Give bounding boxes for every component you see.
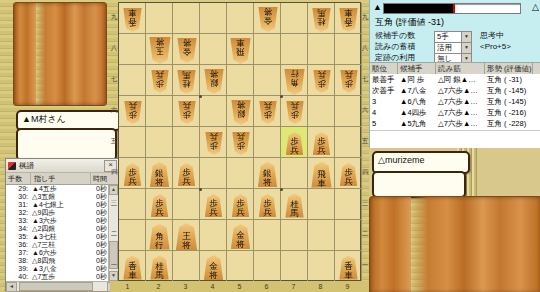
square-3-1[interactable] xyxy=(173,251,200,282)
square-9-5[interactable] xyxy=(335,127,362,158)
square-8-6[interactable] xyxy=(308,96,335,127)
square-3-3[interactable] xyxy=(173,189,200,220)
candidate-row[interactable]: 次善手▲7八金△7六歩▲…互角 ( -145) xyxy=(370,85,540,96)
square-3-9[interactable] xyxy=(173,3,200,34)
rank-label: 九 xyxy=(361,2,369,33)
sente-mark-icon: ▲ xyxy=(373,2,382,13)
rank-label: 三 xyxy=(110,188,118,219)
rank-label: 二 xyxy=(110,219,118,250)
chevron-down-icon[interactable]: ▼ xyxy=(461,43,471,53)
candidate-row[interactable]: 最善手▲同 歩△同 銀▲…互角 ( -31) xyxy=(370,74,540,85)
kifu-col-time: 時間 xyxy=(91,173,109,184)
rank-label: 七 xyxy=(110,64,118,95)
eval-bar-fill xyxy=(384,4,453,13)
square-5-7[interactable] xyxy=(227,65,254,96)
square-1-5[interactable] xyxy=(119,127,146,158)
kifu-window-icon xyxy=(8,162,16,170)
kifu-window-title: 棋譜 xyxy=(19,161,104,171)
kifu-titlebar[interactable]: 棋譜 × xyxy=(6,159,118,173)
square-7-4[interactable] xyxy=(281,158,308,189)
square-1-3[interactable] xyxy=(119,189,146,220)
square-6-5[interactable] xyxy=(254,127,281,158)
kifu-move-row[interactable]: 31:▲4七銀上0秒 xyxy=(6,201,108,209)
square-4-2[interactable] xyxy=(200,220,227,251)
square-7-9[interactable] xyxy=(281,3,308,34)
rank-label: 四 xyxy=(361,157,369,188)
square-4-6[interactable] xyxy=(200,96,227,127)
rank-labels-right: 九八七六五四三二一 xyxy=(361,2,369,281)
square-1-7[interactable] xyxy=(119,65,146,96)
chevron-down-icon[interactable]: ▼ xyxy=(461,32,471,42)
file-label: 9 xyxy=(334,281,361,292)
square-2-5[interactable] xyxy=(146,127,173,158)
eval-bar-tick xyxy=(453,4,455,13)
analysis-footer xyxy=(370,130,540,149)
engine-level: <Pro+5> xyxy=(480,42,511,52)
board[interactable]: 香車金将桂馬香車玉将金将飛車歩兵桂馬銀将角行歩兵歩兵歩兵歩兵銀将歩兵歩兵歩兵歩兵… xyxy=(118,2,361,281)
square-4-9[interactable] xyxy=(200,3,227,34)
rank-label: 六 xyxy=(110,95,118,126)
gote-info-box xyxy=(372,171,466,198)
candidate-table-header: 順位 候補手 読み筋 形勢 (評価値) xyxy=(370,63,540,74)
kifu-move-row[interactable]: 32:△9四歩0秒 xyxy=(6,209,108,217)
square-1-2[interactable] xyxy=(119,220,146,251)
square-9-3[interactable] xyxy=(335,189,362,220)
square-9-2[interactable] xyxy=(335,220,362,251)
square-2-9[interactable] xyxy=(146,3,173,34)
square-9-6[interactable] xyxy=(335,96,362,127)
rank-labels-left: 九八七六五四三二一 xyxy=(110,2,118,281)
rank-label: 一 xyxy=(110,250,118,281)
file-label: 4 xyxy=(199,281,226,292)
rank-label: 八 xyxy=(361,33,369,64)
eval-bar-row: ▲ △ xyxy=(370,2,540,14)
square-6-8[interactable] xyxy=(254,34,281,65)
rank-label: 四 xyxy=(110,157,118,188)
kifu-move-list: 29:▲4五歩0秒30:△3五銀0秒31:▲4七銀上0秒32:△9四歩0秒33:… xyxy=(6,185,108,281)
rank-label: 六 xyxy=(361,95,369,126)
analysis-panel: ▲ △ 互角 (評価値 -31) 候補手の数 5手 ▼ 思考中 読みの蓄積 活用… xyxy=(369,0,540,148)
file-label: 5 xyxy=(226,281,253,292)
sente-komadai xyxy=(13,2,107,106)
square-7-1[interactable] xyxy=(281,251,308,282)
kifu-move-row[interactable]: 35:▲3七桂0秒 xyxy=(6,233,108,241)
star-point xyxy=(199,95,202,98)
hscroll-thumb[interactable] xyxy=(19,282,93,291)
eval-bar xyxy=(383,3,521,14)
file-label: 7 xyxy=(280,281,307,292)
rank-label: 五 xyxy=(110,126,118,157)
file-label: 6 xyxy=(253,281,280,292)
star-point xyxy=(280,95,283,98)
candidate-row[interactable]: 4▲4四歩△7六歩▲…互角 ( -216) xyxy=(370,107,540,118)
rank-label: 八 xyxy=(110,33,118,64)
sente-info-box xyxy=(16,128,117,161)
square-7-8[interactable] xyxy=(281,34,308,65)
square-8-2[interactable] xyxy=(308,220,335,251)
kifu-move-row[interactable]: 40:△7五歩0秒 xyxy=(6,273,108,281)
candidate-row[interactable]: 5▲5九角△7六歩▲…互角 ( -228) xyxy=(370,118,540,129)
square-6-7[interactable] xyxy=(254,65,281,96)
kifu-col-number: 手数 xyxy=(6,173,31,184)
square-5-4[interactable] xyxy=(227,158,254,189)
star-point xyxy=(199,188,202,191)
square-5-1[interactable] xyxy=(227,251,254,282)
kifu-move-row[interactable]: 39:▲3八金0秒 xyxy=(6,265,108,273)
rank-label: 五 xyxy=(361,126,369,157)
kifu-move-row[interactable]: 38:△8四飛0秒 xyxy=(6,257,108,265)
square-5-9[interactable] xyxy=(227,3,254,34)
gote-mark-icon: △ xyxy=(532,2,539,13)
file-label: 8 xyxy=(307,281,334,292)
square-3-5[interactable] xyxy=(173,127,200,158)
file-labels: 123456789 xyxy=(110,281,369,292)
scroll-left-icon[interactable]: ◄ xyxy=(6,282,17,292)
square-1-8[interactable] xyxy=(119,34,146,65)
rank-label: 九 xyxy=(110,2,118,33)
square-6-1[interactable] xyxy=(254,251,281,282)
kifu-move-row[interactable]: 36:△7三桂0秒 xyxy=(6,241,108,249)
kifu-move-row[interactable]: 34:△2四銀0秒 xyxy=(6,225,108,233)
kifu-move-row[interactable]: 37:▲6六歩0秒 xyxy=(6,249,108,257)
kifu-window: 棋譜 × 手数 指し手 時間 29:▲4五歩0秒30:△3五銀0秒31:▲4七銀… xyxy=(5,158,119,291)
engine-status: 思考中 xyxy=(480,31,504,41)
square-4-4[interactable] xyxy=(200,158,227,189)
kifu-move-row[interactable]: 29:▲4五歩0秒 xyxy=(6,185,108,193)
kifu-move-row[interactable]: 33:▲3六歩0秒 xyxy=(6,217,108,225)
gote-name: △murizeme xyxy=(378,155,424,165)
option-accumulate: 読みの蓄積 活用 ▼ <Pro+5> xyxy=(375,42,415,53)
square-6-2[interactable] xyxy=(254,220,281,251)
shogi-app-window: ▲M村さん 棋譜 × 手数 指し手 時間 29:▲4五歩0秒30:△3五銀0秒3… xyxy=(0,0,540,292)
kifu-header-row: 手数 指し手 時間 xyxy=(6,173,118,185)
eval-text: 互角 (評価値 -31) xyxy=(375,16,444,29)
kifu-move-row[interactable]: 30:△3五銀0秒 xyxy=(6,193,108,201)
file-label: 3 xyxy=(172,281,199,292)
rank-label: 一 xyxy=(361,250,369,281)
rank-label: 二 xyxy=(361,219,369,250)
kifu-horizontal-scrollbar[interactable]: ◄ ► xyxy=(6,281,118,291)
sente-name: ▲M村さん xyxy=(22,114,66,124)
square-2-6[interactable] xyxy=(146,96,173,127)
kifu-col-move: 指し手 xyxy=(31,173,91,184)
candidate-table-rows: 最善手▲同 歩△同 銀▲…互角 ( -31)次善手▲7八金△7六歩▲…互角 ( … xyxy=(370,74,540,129)
candidate-table: 順位 候補手 読み筋 形勢 (評価値) 最善手▲同 歩△同 銀▲…互角 ( -3… xyxy=(370,62,540,131)
rank-label: 三 xyxy=(361,188,369,219)
gote-komadai xyxy=(369,196,540,292)
rank-label: 七 xyxy=(361,64,369,95)
square-8-8[interactable] xyxy=(308,34,335,65)
option-candidates: 候補手の数 5手 ▼ 思考中 xyxy=(375,31,415,42)
file-label: 2 xyxy=(145,281,172,292)
file-label: 1 xyxy=(110,281,145,292)
candidate-row[interactable]: 3▲6八角△7六歩▲…互角 ( -145) xyxy=(370,96,540,107)
square-8-3[interactable] xyxy=(308,189,335,220)
square-9-8[interactable] xyxy=(335,34,362,65)
star-point xyxy=(280,188,283,191)
square-7-2[interactable] xyxy=(281,220,308,251)
square-4-8[interactable] xyxy=(200,34,227,65)
square-8-1[interactable] xyxy=(308,251,335,282)
